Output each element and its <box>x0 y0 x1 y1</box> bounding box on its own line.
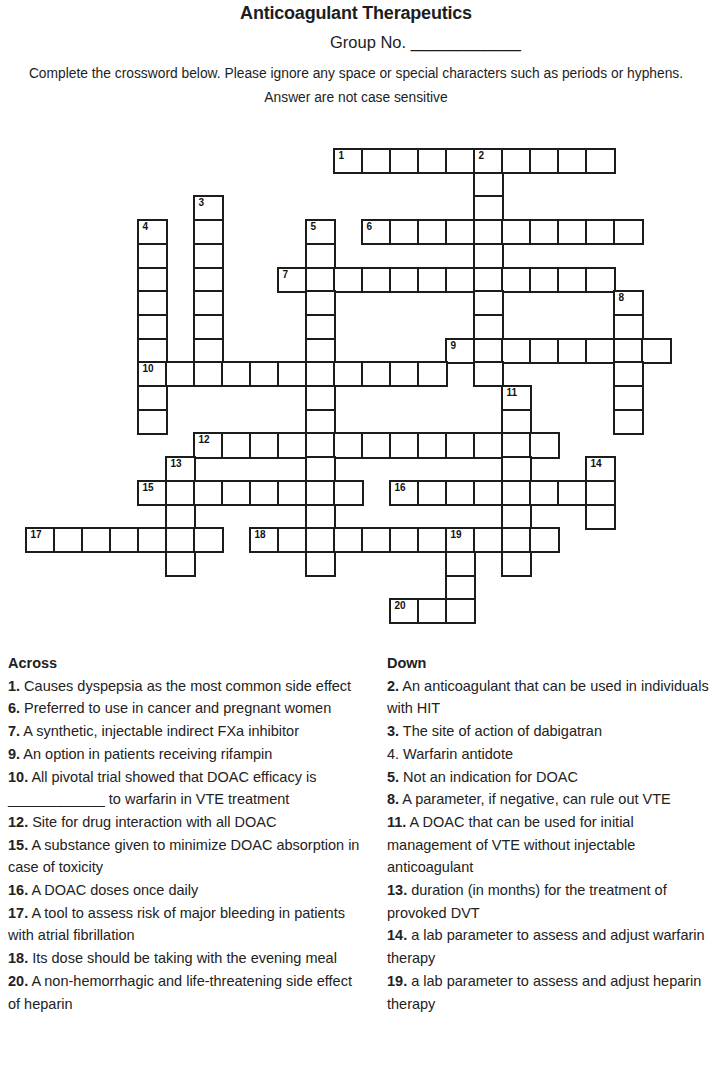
grid-number-2: 2 <box>479 150 485 161</box>
cell-r9-c9[interactable] <box>277 361 308 387</box>
grid-number-13: 13 <box>171 458 182 469</box>
cell-r0-c15[interactable] <box>445 148 476 174</box>
grid-number-17: 17 <box>31 529 42 540</box>
cell-r0-c11[interactable]: 1 <box>333 148 364 174</box>
cell-r9-c12[interactable] <box>361 361 392 387</box>
group-number-blank: Group No. ____________ <box>330 33 521 52</box>
down-clue-2: 2. An anticoagulant that can be used in … <box>387 675 709 720</box>
grid-number-6: 6 <box>367 221 373 232</box>
cell-r0-c13[interactable] <box>389 148 420 174</box>
across-clue-7: 7. A synthetic, injectable indirect FXa … <box>8 720 366 743</box>
clue-number: 11. <box>387 814 406 830</box>
cell-r8-c4[interactable] <box>137 338 168 364</box>
cell-r15-c10[interactable] <box>305 504 336 530</box>
cell-r17-c15[interactable] <box>445 551 476 577</box>
cell-r8-c16[interactable] <box>473 338 504 364</box>
cell-r0-c12[interactable] <box>361 148 392 174</box>
cell-r5-c13[interactable] <box>389 267 420 293</box>
across-clue-1: 1. Causes dyspepsia as the most common s… <box>8 675 366 698</box>
cell-r10-c4[interactable] <box>137 385 168 411</box>
grid-number-10: 10 <box>143 363 154 374</box>
cell-r9-c21[interactable] <box>613 361 644 387</box>
cell-r14-c6[interactable] <box>193 480 224 506</box>
cell-r16-c3[interactable] <box>109 527 140 553</box>
clue-number: 17. <box>8 905 28 921</box>
clue-number: 15. <box>8 837 28 853</box>
cell-r17-c17[interactable] <box>501 551 532 577</box>
cell-r3-c10[interactable]: 5 <box>305 219 336 245</box>
cell-r16-c16[interactable] <box>473 527 504 553</box>
cell-r8-c17[interactable] <box>501 338 532 364</box>
across-clue-17: 17. A tool to assess risk of major bleed… <box>8 902 366 947</box>
cell-r5-c15[interactable] <box>445 267 476 293</box>
cell-r5-c18[interactable] <box>529 267 560 293</box>
cell-r7-c6[interactable] <box>193 314 224 340</box>
instructions-line-1: Complete the crossword below. Please ign… <box>0 66 712 81</box>
cell-r11-c4[interactable] <box>137 409 168 435</box>
cell-r16-c4[interactable] <box>137 527 168 553</box>
cell-r8-c18[interactable] <box>529 338 560 364</box>
down-clue-14: 14. a lab parameter to assess and adjust… <box>387 924 709 969</box>
cell-r7-c4[interactable] <box>137 314 168 340</box>
grid-number-15: 15 <box>143 482 154 493</box>
cell-r4-c4[interactable] <box>137 243 168 269</box>
cell-r6-c21[interactable]: 8 <box>613 290 644 316</box>
cell-r5-c17[interactable] <box>501 267 532 293</box>
clue-number: 2. <box>387 678 399 694</box>
clue-number: 16. <box>8 882 28 898</box>
grid-number-3: 3 <box>199 197 205 208</box>
across-clues: 1. Causes dyspepsia as the most common s… <box>8 675 366 1016</box>
cell-r10-c21[interactable] <box>613 385 644 411</box>
cell-r0-c17[interactable] <box>501 148 532 174</box>
clue-number: 10. <box>8 769 28 785</box>
cell-r13-c5[interactable]: 13 <box>165 456 196 482</box>
cell-r11-c10[interactable] <box>305 409 336 435</box>
cell-r16-c9[interactable] <box>277 527 308 553</box>
cell-r13-c17[interactable] <box>501 456 532 482</box>
cell-r16-c6[interactable] <box>193 527 224 553</box>
cell-r14-c19[interactable] <box>557 480 588 506</box>
cell-r6-c6[interactable] <box>193 290 224 316</box>
cell-r0-c14[interactable] <box>417 148 448 174</box>
cell-r12-c12[interactable] <box>361 432 392 458</box>
cell-r3-c14[interactable] <box>417 219 448 245</box>
cell-r8-c22[interactable] <box>641 338 672 364</box>
grid-number-18: 18 <box>255 529 266 540</box>
worksheet-page: Anticoagulant Therapeutics Group No. ___… <box>0 0 712 1083</box>
clue-number: 5. <box>387 769 399 785</box>
cell-r14-c7[interactable] <box>221 480 252 506</box>
cell-r16-c14[interactable] <box>417 527 448 553</box>
grid-number-9: 9 <box>451 340 457 351</box>
cell-r9-c13[interactable] <box>389 361 420 387</box>
cell-r6-c16[interactable] <box>473 290 504 316</box>
grid-number-19: 19 <box>451 529 462 540</box>
cell-r3-c13[interactable] <box>389 219 420 245</box>
cell-r14-c17[interactable] <box>501 480 532 506</box>
cell-r12-c17[interactable] <box>501 432 532 458</box>
cell-r7-c21[interactable] <box>613 314 644 340</box>
cell-r14-c10[interactable] <box>305 480 336 506</box>
cell-r14-c18[interactable] <box>529 480 560 506</box>
grid-number-16: 16 <box>395 482 406 493</box>
cell-r9-c14[interactable] <box>417 361 448 387</box>
cell-r4-c10[interactable] <box>305 243 336 269</box>
cell-r12-c16[interactable] <box>473 432 504 458</box>
clue-number: 4. <box>387 746 399 762</box>
clue-number: 19. <box>387 973 407 989</box>
instructions-line-2: Answer are not case sensitive <box>0 90 712 105</box>
grid-number-8: 8 <box>619 292 625 303</box>
cell-r3-c4[interactable]: 4 <box>137 219 168 245</box>
cell-r8-c21[interactable] <box>613 338 644 364</box>
clue-number: 8. <box>387 791 399 807</box>
cell-r14-c14[interactable] <box>417 480 448 506</box>
cell-r16-c1[interactable] <box>53 527 84 553</box>
cell-r14-c13[interactable]: 16 <box>389 480 420 506</box>
clue-number: 6. <box>8 700 20 716</box>
down-clue-19: 19. a lab parameter to assess and adjust… <box>387 970 709 1015</box>
cell-r16-c13[interactable] <box>389 527 420 553</box>
cell-r10-c17[interactable]: 11 <box>501 385 532 411</box>
grid-number-20: 20 <box>395 600 406 611</box>
cell-r19-c15[interactable] <box>445 598 476 624</box>
cell-r5-c4[interactable] <box>137 267 168 293</box>
cell-r2-c16[interactable] <box>473 195 504 221</box>
cell-r9-c11[interactable] <box>333 361 364 387</box>
cell-r18-c15[interactable] <box>445 575 476 601</box>
cell-r5-c16[interactable] <box>473 267 504 293</box>
across-header: Across <box>8 652 366 675</box>
cell-r13-c10[interactable] <box>305 456 336 482</box>
cell-r5-c12[interactable] <box>361 267 392 293</box>
cell-r5-c14[interactable] <box>417 267 448 293</box>
across-clue-9: 9. An option in patients receiving rifam… <box>8 743 366 766</box>
down-clue-8: 8. A parameter, if negative, can rule ou… <box>387 788 709 811</box>
clue-number: 14. <box>387 927 407 943</box>
cell-r16-c0[interactable]: 17 <box>25 527 56 553</box>
cell-r5-c20[interactable] <box>585 267 616 293</box>
cell-r9-c4[interactable]: 10 <box>137 361 168 387</box>
cell-r7-c16[interactable] <box>473 314 504 340</box>
cell-r17-c5[interactable] <box>165 551 196 577</box>
clue-number: 18. <box>8 950 28 966</box>
down-clue-3: 3. The site of action of dabigatran <box>387 720 709 743</box>
clue-number: 1. <box>8 678 20 694</box>
cell-r14-c16[interactable] <box>473 480 504 506</box>
cell-r12-c6[interactable]: 12 <box>193 432 224 458</box>
grid-number-4: 4 <box>143 221 149 232</box>
cell-r5-c10[interactable] <box>305 267 336 293</box>
cell-r6-c4[interactable] <box>137 290 168 316</box>
across-clue-15: 15. A substance given to minimize DOAC a… <box>8 834 366 879</box>
down-clue-4: 4. Warfarin antidote <box>387 743 709 766</box>
clue-number: 13. <box>387 882 407 898</box>
across-clue-16: 16. A DOAC doses once daily <box>8 879 366 902</box>
cell-r14-c15[interactable] <box>445 480 476 506</box>
cell-r16-c5[interactable] <box>165 527 196 553</box>
cell-r9-c6[interactable] <box>193 361 224 387</box>
cell-r16-c11[interactable] <box>333 527 364 553</box>
down-clues: 2. An anticoagulant that can be used in … <box>387 675 709 1016</box>
grid-number-7: 7 <box>283 269 289 280</box>
cell-r12-c8[interactable] <box>249 432 280 458</box>
across-clue-20: 20. A non-hemorrhagic and life-threateni… <box>8 970 366 1015</box>
cell-r5-c19[interactable] <box>557 267 588 293</box>
cell-r16-c15[interactable]: 19 <box>445 527 476 553</box>
cell-r3-c15[interactable] <box>445 219 476 245</box>
cell-r16-c2[interactable] <box>81 527 112 553</box>
cell-r3-c18[interactable] <box>529 219 560 245</box>
cell-r12-c18[interactable] <box>529 432 560 458</box>
across-clue-6: 6. Preferred to use in cancer and pregna… <box>8 697 366 720</box>
cell-r12-c13[interactable] <box>389 432 420 458</box>
cell-r16-c17[interactable] <box>501 527 532 553</box>
across-clue-12: 12. Site for drug interaction with all D… <box>8 811 366 834</box>
cell-r13-c20[interactable]: 14 <box>585 456 616 482</box>
cell-r14-c8[interactable] <box>249 480 280 506</box>
cell-r3-c16[interactable] <box>473 219 504 245</box>
grid-number-12: 12 <box>199 434 210 445</box>
across-clue-10: 10. All pivotal trial showed that DOAC e… <box>8 766 366 811</box>
cell-r0-c19[interactable] <box>557 148 588 174</box>
cell-r9-c16[interactable] <box>473 361 504 387</box>
cell-r8-c20[interactable] <box>585 338 616 364</box>
down-clues-list: Down 2. An anticoagulant that can be use… <box>387 652 709 1015</box>
cell-r0-c20[interactable] <box>585 148 616 174</box>
down-clue-5: 5. Not an indication for DOAC <box>387 766 709 789</box>
cell-r10-c10[interactable] <box>305 385 336 411</box>
cell-r19-c13[interactable]: 20 <box>389 598 420 624</box>
cell-r3-c6[interactable] <box>193 219 224 245</box>
cell-r12-c9[interactable] <box>277 432 308 458</box>
cell-r5-c11[interactable] <box>333 267 364 293</box>
cell-r12-c7[interactable] <box>221 432 252 458</box>
cell-r3-c20[interactable] <box>585 219 616 245</box>
cell-r12-c15[interactable] <box>445 432 476 458</box>
cell-r9-c8[interactable] <box>249 361 280 387</box>
cell-r3-c21[interactable] <box>613 219 644 245</box>
cell-r8-c19[interactable] <box>557 338 588 364</box>
cell-r17-c10[interactable] <box>305 551 336 577</box>
cell-r14-c20[interactable] <box>585 480 616 506</box>
across-clues-list: Across 1. Causes dyspepsia as the most c… <box>8 652 366 1015</box>
cell-r6-c10[interactable] <box>305 290 336 316</box>
cell-r16-c18[interactable] <box>529 527 560 553</box>
cell-r19-c14[interactable] <box>417 598 448 624</box>
cell-r7-c10[interactable] <box>305 314 336 340</box>
down-clue-13: 13. duration (in months) for the treatme… <box>387 879 709 924</box>
clue-number: 20. <box>8 973 28 989</box>
cell-r8-c15[interactable]: 9 <box>445 338 476 364</box>
cell-r16-c8[interactable]: 18 <box>249 527 280 553</box>
cell-r5-c6[interactable] <box>193 267 224 293</box>
cell-r1-c16[interactable] <box>473 172 504 198</box>
cell-r11-c21[interactable] <box>613 409 644 435</box>
cell-r3-c17[interactable] <box>501 219 532 245</box>
cell-r16-c10[interactable] <box>305 527 336 553</box>
down-clue-11: 11. A DOAC that can be used for initial … <box>387 811 709 879</box>
cell-r4-c16[interactable] <box>473 243 504 269</box>
cell-r14-c4[interactable]: 15 <box>137 480 168 506</box>
cell-r14-c9[interactable] <box>277 480 308 506</box>
cell-r12-c11[interactable] <box>333 432 364 458</box>
cell-r14-c5[interactable] <box>165 480 196 506</box>
clue-number: 3. <box>387 723 399 739</box>
cell-r0-c18[interactable] <box>529 148 560 174</box>
grid-number-14: 14 <box>591 458 602 469</box>
grid-number-11: 11 <box>507 387 518 398</box>
clue-number: 12. <box>8 814 28 830</box>
cell-r8-c6[interactable] <box>193 338 224 364</box>
cell-r9-c5[interactable] <box>165 361 196 387</box>
cell-r3-c12[interactable]: 6 <box>361 219 392 245</box>
across-clue-18: 18. Its dose should be taking with the e… <box>8 947 366 970</box>
cell-r12-c14[interactable] <box>417 432 448 458</box>
down-header: Down <box>387 652 709 675</box>
cell-r9-c7[interactable] <box>221 361 252 387</box>
cell-r2-c6[interactable]: 3 <box>193 195 224 221</box>
cell-r5-c9[interactable]: 7 <box>277 267 308 293</box>
cell-r12-c10[interactable] <box>305 432 336 458</box>
clue-number: 7. <box>8 723 20 739</box>
cell-r15-c17[interactable] <box>501 504 532 530</box>
clue-number: 9. <box>8 746 20 762</box>
cell-r11-c17[interactable] <box>501 409 532 435</box>
cell-r4-c6[interactable] <box>193 243 224 269</box>
grid-number-1: 1 <box>339 150 345 161</box>
cell-r15-c5[interactable] <box>165 504 196 530</box>
cell-r9-c10[interactable] <box>305 361 336 387</box>
cell-r16-c12[interactable] <box>361 527 392 553</box>
cell-r3-c19[interactable] <box>557 219 588 245</box>
cell-r15-c20[interactable] <box>585 504 616 530</box>
cell-r14-c11[interactable] <box>333 480 364 506</box>
page-title: Anticoagulant Therapeutics <box>0 3 712 24</box>
cell-r8-c10[interactable] <box>305 338 336 364</box>
grid-number-5: 5 <box>311 221 317 232</box>
cell-r0-c16[interactable]: 2 <box>473 148 504 174</box>
